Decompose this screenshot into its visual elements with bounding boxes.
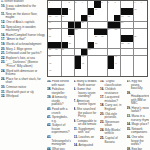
clue-text: Driftwood used for yachts? (6, 51, 42, 55)
grid-cell-white[interactable] (101, 69, 107, 75)
grid-cell-white[interactable] (62, 69, 68, 75)
clue-text: Game that leaves seven standing? (77, 87, 96, 98)
clue-column-c: 15. "Digital" classification16. Childish… (100, 80, 124, 150)
crossword-sheet: { "game": "crossword", "grid": { "rows":… (0, 0, 150, 150)
cell-number: 17 (121, 15, 123, 17)
cell-number: 20 (82, 21, 84, 23)
grid-cell-white[interactable] (108, 15, 114, 21)
grid-cell-white[interactable] (134, 56, 140, 62)
grid-cell-white[interactable] (88, 35, 94, 41)
clue-item: 15. "Digital" classification (100, 80, 124, 87)
grid-cell-white[interactable] (55, 62, 61, 68)
clue-text: Magic place? (132, 122, 149, 126)
clue-item: 29. Horse's nose loofah? (127, 107, 150, 114)
cell-number: 3 (75, 1, 76, 3)
clue-text: Maria in a nursery rhyme (131, 114, 149, 122)
grid-cell-white[interactable] (55, 56, 61, 62)
grid-cell-white[interactable] (55, 29, 61, 35)
clue-item: 6. Game that leaves seven standing? (74, 88, 98, 99)
grid-cell-white[interactable]: 1 (48, 1, 54, 7)
clue-column-a: 35. Food served with naan38. Fabulous st… (47, 80, 71, 150)
clue-item: 33. Maria in a nursery rhyme (127, 115, 150, 122)
grid-cell-white[interactable]: 21 (121, 22, 127, 28)
grid-cell-white[interactable] (55, 69, 61, 75)
clue-item: 40. Food with a crunch (47, 108, 71, 115)
clue-text: What you might get in college (52, 147, 68, 150)
grid-cell-white[interactable]: 32 (94, 42, 100, 48)
clue-text: "___ Darkness" (Bonnie "Prince" Billy al… (6, 60, 38, 68)
clue-text: Word with dimension or Eskimo (6, 69, 38, 77)
cell-number: 40 (82, 55, 84, 57)
grid-cell-white[interactable] (140, 62, 146, 68)
grid-cell-white[interactable] (101, 22, 107, 28)
clue-text: Egg foo young, basically (131, 80, 143, 90)
grid-cell-white[interactable] (55, 1, 61, 7)
clue-item: 38. Egg bar order, typically (127, 148, 150, 150)
clue-item: 28. Headquartered with IBM or NBC (127, 92, 150, 106)
cell-number: 38 (88, 48, 90, 50)
grid-cell-white[interactable] (94, 22, 100, 28)
grid-cell-white[interactable] (88, 29, 94, 35)
bottom-clue-columns: 35. Food served with naan38. Fabulous st… (47, 80, 149, 150)
grid-cell-white[interactable]: 44 (114, 62, 120, 68)
clue-text: Place for a short stack, for short (6, 77, 41, 85)
grid-cell-white[interactable]: 11 (94, 8, 100, 14)
grid-cell-white[interactable] (121, 56, 127, 62)
clue-text: Capital of Bavaria (105, 136, 118, 144)
cell-number: 42 (49, 62, 51, 64)
grid-cell-white[interactable] (114, 8, 120, 14)
clue-item: 44. What you might get in college (47, 148, 71, 150)
clue-text: Springboks, e.g. (52, 115, 68, 123)
grid-cell-black (81, 15, 87, 21)
grid-cell-black (114, 22, 120, 28)
clue-text: Horse's nose loofah? (131, 106, 149, 114)
cell-number: 25 (114, 28, 116, 30)
clue-item: 39. A famously sturdy padlock? (47, 96, 71, 107)
cell-number: 31 (68, 42, 70, 44)
grid-cell-white[interactable]: 5 (101, 1, 107, 7)
grid-cell-white[interactable]: 24 (108, 29, 114, 35)
grid-cell-black (114, 15, 120, 21)
cell-number: 14 (55, 15, 57, 17)
clue-text: Stevenson villain (105, 120, 120, 128)
cell-number: 8 (134, 1, 135, 3)
grid-cell-black (62, 8, 68, 14)
grid-cell-white[interactable] (81, 42, 87, 48)
grid-cell-black (101, 29, 107, 35)
grid-cell-white[interactable] (81, 35, 87, 41)
clue-text: Leashes on estates (78, 135, 94, 143)
grid-cell-white[interactable]: 27 (68, 35, 74, 41)
cell-number: 24 (108, 28, 110, 30)
grid-cell-white[interactable]: 30 (134, 35, 140, 41)
grid-cell-white[interactable] (81, 8, 87, 14)
grid-cell-white[interactable] (114, 49, 120, 55)
clue-item: 23. Stevenson villain (100, 121, 124, 128)
grid-cell-white[interactable]: 17 (121, 15, 127, 21)
grid-cell-white[interactable] (101, 42, 107, 48)
grid-cell-white[interactable]: 36 (55, 49, 61, 55)
clue-text: Egg bar order, typically (131, 147, 149, 150)
grid-cell-white[interactable]: 31 (68, 42, 74, 48)
clue-text: Lacquered mistakes? (105, 95, 120, 103)
clue-text: Fabulous storyteller (52, 87, 65, 95)
grid-cell-white[interactable] (134, 62, 140, 68)
cell-number: 6 (108, 1, 109, 3)
grid-cell-white[interactable]: 18 (127, 15, 133, 21)
grid-cell-black (88, 42, 94, 48)
cell-number: 19 (49, 21, 51, 23)
grid-cell-white[interactable] (114, 35, 120, 41)
cell-number: 12 (134, 8, 136, 10)
clue-text: A famously sturdy padlock? (52, 95, 67, 106)
clue-item: 8. She searched the palace for Percy (74, 108, 98, 119)
grid-cell-white[interactable]: 38 (88, 49, 94, 55)
grid-cell-black (88, 8, 94, 14)
grid-cell-black (68, 22, 74, 28)
grid-cell-black (108, 62, 114, 68)
cell-number: 41 (114, 55, 116, 57)
grid-cell-white[interactable] (68, 69, 74, 75)
clue-text: Explorer's fate, at sea (6, 56, 35, 60)
clue-item: 7. American frontier figure (74, 100, 98, 107)
grid-cell-white[interactable] (134, 22, 140, 28)
clue-item: 42. Subject of fission experiments? (47, 124, 71, 135)
cell-number: 16 (88, 15, 90, 17)
grid-cell-black (62, 42, 68, 48)
cell-number: 34 (128, 42, 130, 44)
cell-number: 36 (55, 48, 57, 50)
grid-cell-white[interactable] (121, 69, 127, 75)
grid-cell-white[interactable] (108, 49, 114, 55)
grid-cell-black (55, 42, 61, 48)
grid-cell-white[interactable] (121, 29, 127, 35)
grid-cell-white[interactable] (68, 56, 74, 62)
grid-cell-white[interactable]: 3 (75, 1, 81, 7)
clue-item: 32. Whirlpool (1, 95, 45, 99)
grid-cell-white[interactable]: 37 (62, 49, 68, 55)
clue-text: It was submitted to the Senate (6, 4, 37, 12)
clue-item: 17. Lacquered mistakes? (100, 96, 124, 103)
grid-cell-white[interactable] (134, 42, 140, 48)
grid-cell-white[interactable]: 2 (68, 1, 74, 7)
cell-number: 1 (49, 1, 50, 3)
grid-cell-white[interactable]: 12 (134, 8, 140, 14)
grid-cell-white[interactable]: 40 (81, 56, 87, 62)
grid-cell-white[interactable] (62, 29, 68, 35)
grid-cell-black (94, 29, 100, 35)
grid-cell-white[interactable]: 26 (48, 35, 54, 41)
clue-column-d: 27. Egg foo young, basically28. Headquar… (127, 80, 150, 150)
clue-text: Winter blanket (4, 0, 23, 3)
cell-number: 26 (49, 35, 51, 37)
clue-text: One of Asia's capitals (6, 20, 35, 24)
grid-cell-white[interactable] (62, 1, 68, 7)
cell-number: 43 (82, 62, 84, 64)
grid-cell-white[interactable]: 9 (140, 1, 146, 7)
grid-cell-white[interactable] (127, 29, 133, 35)
grid-cell-white[interactable] (127, 49, 133, 55)
grid-cell-white[interactable]: 41 (114, 56, 120, 62)
cell-number: 29 (101, 35, 103, 37)
grid-cell-white[interactable]: 33 (121, 42, 127, 48)
cell-number: 32 (95, 42, 97, 44)
grid-cell-black (55, 8, 61, 14)
clue-item: 26. Place for a short stack, for short (1, 78, 45, 85)
grid-cell-white[interactable]: 39 (48, 56, 54, 62)
clue-item: 25. Capital of Bavaria (100, 137, 124, 144)
grid-cell-white[interactable]: 34 (127, 42, 133, 48)
grid-cell-white[interactable]: 29 (101, 35, 107, 41)
grid-cell-white[interactable]: 43 (81, 62, 87, 68)
grid-cell-white[interactable]: 35 (48, 49, 54, 55)
grid-cell-white[interactable] (134, 29, 140, 35)
grid-cell-white[interactable] (62, 35, 68, 41)
clue-text: Old-style pictorials (105, 112, 117, 120)
grid-cell-white[interactable]: 20 (81, 22, 87, 28)
clue-item: 35. Network companions (127, 128, 150, 135)
cell-number: 33 (121, 42, 123, 44)
grid-cell-white[interactable] (88, 22, 94, 28)
cell-number: 37 (62, 48, 64, 50)
cell-number: 10 (68, 8, 70, 10)
grid-cell-white[interactable] (101, 62, 107, 68)
cell-number: 4 (82, 1, 83, 3)
grid-cell-white[interactable] (101, 56, 107, 62)
cell-number: 23 (75, 28, 77, 30)
cell-number: 15 (62, 15, 64, 17)
grid-cell-black (75, 22, 81, 28)
grid-cell-white[interactable]: 42 (48, 62, 54, 68)
clue-item: 13. Specializes in wooden machinery? (1, 26, 45, 33)
grid-cell-white[interactable] (108, 8, 114, 14)
clue-text: Carry out, in England (105, 103, 122, 111)
grid-cell-white[interactable] (55, 22, 61, 28)
grid-cell-white[interactable]: 7 (114, 1, 120, 7)
grid-cell-white[interactable] (88, 1, 94, 7)
clue-item: 36. One who forgot the words? (127, 136, 150, 147)
grid-cell-white[interactable]: 25 (114, 29, 120, 35)
grid-cell-white[interactable] (121, 49, 127, 55)
cell-number: 45 (49, 69, 51, 71)
cell-number: 2 (68, 1, 69, 3)
grid-cell-white[interactable] (140, 49, 146, 55)
grid-cell-white[interactable]: 14 (55, 15, 61, 21)
grid-cell-white[interactable] (94, 69, 100, 75)
grid-cell-white[interactable] (94, 15, 100, 21)
grid-cell-black (108, 56, 114, 62)
cell-number: 28 (95, 35, 97, 37)
clue-item: 38. Fabulous storyteller (47, 88, 71, 95)
grid-cell-white[interactable] (127, 56, 133, 62)
grid-cell-white[interactable] (101, 49, 107, 55)
grid-cell-white[interactable] (140, 56, 146, 62)
clue-text: Subject of fission experiments? (52, 123, 70, 134)
grid-cell-white[interactable]: 8 (134, 1, 140, 7)
grid-cell-black (81, 49, 87, 55)
grid-cell-white[interactable] (140, 8, 146, 14)
cell-number: 22 (49, 28, 51, 30)
cell-number: 21 (121, 21, 123, 23)
grid-cell-white[interactable] (140, 35, 146, 41)
grid-cell-white[interactable] (140, 29, 146, 35)
grid-cell-black (75, 56, 81, 62)
grid-cell-white[interactable] (127, 1, 133, 7)
grid-cell-black (127, 35, 133, 41)
grid-cell-white[interactable] (94, 62, 100, 68)
clue-item: 24. Billy Blanks' vehicle (100, 129, 124, 136)
clue-item: 27. Egg foo young, basically (127, 80, 150, 91)
clue-text: Supplement, with "out" (78, 127, 95, 135)
grid-cell-white[interactable] (62, 62, 68, 68)
clue-text: Specializes in wooden machinery? (6, 25, 36, 33)
grid-cell-white[interactable] (68, 49, 74, 55)
clue-item: 23. "___ Darkness" (Bonnie "Prince" Bill… (1, 61, 45, 68)
cell-number: 18 (128, 15, 130, 17)
clue-text: Network companions (131, 127, 147, 135)
grid-cell-white[interactable] (134, 69, 140, 75)
grid-cell-black (75, 62, 81, 68)
cell-number: 35 (49, 48, 51, 50)
grid-cell-white[interactable] (121, 1, 127, 7)
grid-cell-white[interactable] (75, 42, 81, 48)
clue-item: 20. Old-style pictorials (100, 113, 124, 120)
grid-cell-white[interactable] (81, 69, 87, 75)
grid-cell-white[interactable] (140, 69, 146, 75)
grid-cell-black (94, 1, 100, 7)
clue-text: Billy Blanks' vehicle (105, 128, 121, 136)
grid-cell-white[interactable] (127, 62, 133, 68)
clue-item: 5. Many a Middle-Earth warrior (74, 80, 98, 87)
grid-cell-white[interactable]: 13 (48, 15, 54, 21)
grid-cell-white[interactable] (114, 42, 120, 48)
clue-text: New on the dance floor, maybe (6, 12, 38, 20)
clue-text: One who forgot the words? (131, 135, 144, 146)
crossword-grid: 1234567891011121314151617181920212223242… (47, 0, 148, 77)
clue-text: Raimi/Campbell horror trilogy (6, 33, 45, 37)
clue-text: "Amen to that!" (6, 37, 26, 41)
grid-cell-white[interactable]: 19 (48, 22, 54, 28)
clue-text: Whirlpool (6, 94, 19, 98)
clue-item: 9. Comparable to an old tomato (74, 120, 98, 127)
grid-cell-white[interactable] (140, 15, 146, 21)
clue-text: Televangelist's monogram (52, 139, 71, 147)
clue-item: 14. Antiquated (74, 144, 98, 148)
clue-text: She searched the palace for Percy (77, 107, 96, 118)
clue-text: Crimean native (6, 85, 26, 89)
grid-cell-white[interactable] (101, 8, 107, 14)
grid-cell-white[interactable] (88, 56, 94, 62)
cell-number: 7 (114, 1, 115, 3)
grid-cell-white[interactable]: 22 (48, 29, 54, 35)
grid-cell-white[interactable] (101, 15, 107, 21)
grid-cell-white[interactable] (94, 56, 100, 62)
clue-text: Many a Middle-Earth warrior (77, 80, 98, 87)
grid-cell-white[interactable] (140, 22, 146, 28)
grid-cell-white[interactable] (134, 49, 140, 55)
grid-cell-white[interactable] (108, 69, 114, 75)
grid-cell-white[interactable]: 23 (75, 29, 81, 35)
grid-cell-white[interactable]: 15 (62, 15, 68, 21)
clue-item: 41. Springboks, e.g. (47, 116, 71, 123)
grid-cell-white[interactable]: 16 (88, 15, 94, 21)
grid-cell-white[interactable] (62, 56, 68, 62)
grid-cell-white[interactable]: 6 (108, 1, 114, 7)
grid-cell-white[interactable] (88, 69, 94, 75)
grid-cell-white[interactable] (108, 42, 114, 48)
grid-cell-black (121, 8, 127, 14)
clue-item: 24. Word with dimension or Eskimo (1, 70, 45, 77)
clue-text: Antiquated (79, 143, 93, 147)
clue-item: 11. Supplement, with "out" (74, 128, 98, 135)
grid-cell-white[interactable] (62, 22, 68, 28)
grid-cell-white[interactable] (75, 8, 81, 14)
clue-text: Childish resistance (105, 87, 119, 95)
cell-number: 44 (114, 62, 116, 64)
grid-cell-white[interactable]: 10 (68, 8, 74, 14)
cell-number: 5 (101, 1, 102, 3)
clue-text: Words of acknowledgment (6, 42, 41, 46)
across-clues-sidebar: 1. Winter blanket10. It was submitted to… (1, 0, 45, 150)
grid-cell-white[interactable] (75, 49, 81, 55)
cell-number: 30 (134, 35, 136, 37)
clue-text: "Digital" classification (105, 80, 122, 87)
grid-cell-white[interactable] (75, 15, 81, 21)
cell-number: 27 (68, 35, 70, 37)
clue-text: Comparable to an old tomato (77, 119, 97, 127)
grid-cell-white[interactable] (68, 15, 74, 21)
grid-cell-white[interactable]: 4 (81, 1, 87, 7)
clue-column-b: 5. Many a Middle-Earth warrior6. Game th… (74, 80, 98, 150)
grid-cell-white[interactable] (55, 35, 61, 41)
grid-cell-white[interactable] (108, 35, 114, 41)
clue-text: Food with a crunch (52, 107, 68, 115)
grid-cell-black (68, 29, 74, 35)
clue-item: 43. Televangelist's monogram (47, 136, 71, 147)
grid-cell-black (48, 42, 54, 48)
grid-cell-white[interactable] (68, 62, 74, 68)
grid-cell-white[interactable] (75, 69, 81, 75)
clue-text: Word with past or sly (6, 90, 34, 94)
clue-item: 13. Leashes on estates (74, 136, 98, 143)
grid-cell-white[interactable] (75, 35, 81, 41)
clue-item: 18. Carry out, in England (100, 104, 124, 111)
cell-number: 9 (141, 1, 142, 3)
cell-number: 39 (49, 55, 51, 57)
clue-item: 10. It was submitted to the Senate (1, 5, 45, 12)
clue-item: 35. Food served with naan (47, 80, 71, 87)
grid-cell-black (127, 8, 133, 14)
clue-item: 11. New on the dance floor, maybe (1, 13, 45, 20)
grid-cell-white[interactable]: 28 (94, 35, 100, 41)
grid-cell-white[interactable] (88, 62, 94, 68)
grid-cell-white[interactable] (127, 22, 133, 28)
grid-cell-black (121, 35, 127, 41)
grid-cell-white[interactable] (127, 69, 133, 75)
clue-text: American frontier figure (77, 99, 96, 107)
grid-cell-white[interactable] (81, 29, 87, 35)
clue-text: Food served with naan (52, 80, 69, 87)
grid-cell-white[interactable] (114, 69, 120, 75)
grid-cell-white[interactable] (134, 15, 140, 21)
cell-number: 13 (49, 15, 51, 17)
clue-item: 16. Childish resistance (100, 88, 124, 95)
grid-cell-white[interactable] (94, 49, 100, 55)
grid-cell-white[interactable] (121, 62, 127, 68)
grid-cell-white[interactable] (140, 42, 146, 48)
grid-cell-white[interactable]: 45 (48, 69, 54, 75)
